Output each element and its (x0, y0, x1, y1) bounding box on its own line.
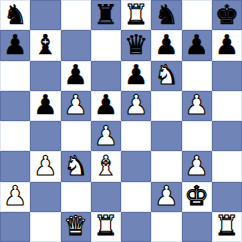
square-a7[interactable]: ♟ (0, 30, 30, 60)
piece-white-pawn[interactable]: ♟ (94, 122, 118, 149)
square-b8[interactable] (30, 0, 60, 30)
square-g2[interactable]: ♚ (182, 182, 212, 212)
square-a8[interactable]: ♞ (0, 0, 30, 30)
square-b7[interactable]: ♝ (30, 30, 60, 60)
square-g5[interactable]: ♟ (182, 91, 212, 121)
square-e2[interactable] (121, 182, 151, 212)
piece-black-knight[interactable]: ♞ (3, 1, 27, 28)
square-a4[interactable] (0, 121, 30, 151)
piece-white-pawn[interactable]: ♟ (154, 182, 178, 209)
square-b4[interactable] (30, 121, 60, 151)
piece-black-king[interactable]: ♚ (215, 1, 239, 28)
square-d6[interactable] (91, 61, 121, 91)
square-h7[interactable]: ♟ (212, 30, 242, 60)
square-g6[interactable] (182, 61, 212, 91)
square-h8[interactable]: ♚ (212, 0, 242, 30)
square-c6[interactable]: ♟ (61, 61, 91, 91)
square-h3[interactable] (212, 151, 242, 181)
piece-white-pawn[interactable]: ♟ (124, 91, 148, 118)
square-f6[interactable]: ♞ (151, 61, 181, 91)
square-e1[interactable] (121, 212, 151, 242)
square-d4[interactable]: ♟ (91, 121, 121, 151)
square-e6[interactable]: ♟ (121, 61, 151, 91)
piece-black-knight[interactable]: ♞ (154, 1, 178, 28)
square-h4[interactable] (212, 121, 242, 151)
piece-white-knight[interactable]: ♞ (64, 152, 88, 179)
piece-white-pawn[interactable]: ♟ (64, 91, 88, 118)
square-e8[interactable]: ♜ (121, 0, 151, 30)
square-e5[interactable]: ♟ (121, 91, 151, 121)
square-h1[interactable]: ♜ (212, 212, 242, 242)
square-a5[interactable] (0, 91, 30, 121)
square-b6[interactable] (30, 61, 60, 91)
square-d5[interactable]: ♟ (91, 91, 121, 121)
piece-black-pawn[interactable]: ♟ (3, 31, 27, 58)
piece-black-pawn[interactable]: ♟ (124, 61, 148, 88)
square-c1[interactable]: ♛ (61, 212, 91, 242)
square-b2[interactable] (30, 182, 60, 212)
square-a6[interactable] (0, 61, 30, 91)
piece-black-rook[interactable]: ♜ (94, 1, 118, 28)
square-c4[interactable] (61, 121, 91, 151)
piece-white-pawn[interactable]: ♟ (3, 182, 27, 209)
square-h5[interactable] (212, 91, 242, 121)
square-g3[interactable]: ♟ (182, 151, 212, 181)
piece-white-rook[interactable]: ♜ (215, 212, 239, 239)
square-c7[interactable] (61, 30, 91, 60)
square-g8[interactable] (182, 0, 212, 30)
square-e4[interactable] (121, 121, 151, 151)
piece-white-pawn[interactable]: ♟ (33, 152, 57, 179)
chess-board: ♞♜♜♞♚♟♝♛♟♟♟♟♟♞♟♟♟♟♟♟♟♞♝♟♟♟♚♛♜♜ (0, 0, 242, 242)
piece-white-king[interactable]: ♚ (185, 182, 209, 209)
square-a1[interactable] (0, 212, 30, 242)
square-d3[interactable]: ♝ (91, 151, 121, 181)
square-d2[interactable] (91, 182, 121, 212)
square-d1[interactable]: ♜ (91, 212, 121, 242)
square-g1[interactable] (182, 212, 212, 242)
square-c3[interactable]: ♞ (61, 151, 91, 181)
piece-white-pawn[interactable]: ♟ (185, 91, 209, 118)
square-e7[interactable]: ♛ (121, 30, 151, 60)
square-f3[interactable] (151, 151, 181, 181)
piece-black-pawn[interactable]: ♟ (33, 91, 57, 118)
piece-black-pawn[interactable]: ♟ (64, 61, 88, 88)
square-h6[interactable] (212, 61, 242, 91)
piece-black-pawn[interactable]: ♟ (185, 31, 209, 58)
square-g4[interactable] (182, 121, 212, 151)
square-a3[interactable] (0, 151, 30, 181)
square-c2[interactable] (61, 182, 91, 212)
piece-white-pawn[interactable]: ♟ (185, 152, 209, 179)
square-g7[interactable]: ♟ (182, 30, 212, 60)
piece-black-bishop[interactable]: ♝ (33, 31, 57, 58)
piece-black-pawn[interactable]: ♟ (154, 31, 178, 58)
square-b3[interactable]: ♟ (30, 151, 60, 181)
square-f8[interactable]: ♞ (151, 0, 181, 30)
piece-white-rook[interactable]: ♜ (94, 212, 118, 239)
square-f5[interactable] (151, 91, 181, 121)
piece-white-bishop[interactable]: ♝ (94, 152, 118, 179)
square-f4[interactable] (151, 121, 181, 151)
square-e3[interactable] (121, 151, 151, 181)
piece-black-pawn[interactable]: ♟ (215, 31, 239, 58)
piece-white-queen[interactable]: ♛ (64, 212, 88, 239)
square-f2[interactable]: ♟ (151, 182, 181, 212)
square-c5[interactable]: ♟ (61, 91, 91, 121)
square-a2[interactable]: ♟ (0, 182, 30, 212)
square-c8[interactable] (61, 0, 91, 30)
square-f1[interactable] (151, 212, 181, 242)
piece-white-knight[interactable]: ♞ (154, 61, 178, 88)
square-d7[interactable] (91, 30, 121, 60)
square-d8[interactable]: ♜ (91, 0, 121, 30)
piece-white-rook[interactable]: ♜ (124, 1, 148, 28)
piece-black-queen[interactable]: ♛ (124, 31, 148, 58)
square-h2[interactable] (212, 182, 242, 212)
square-f7[interactable]: ♟ (151, 30, 181, 60)
piece-black-pawn[interactable]: ♟ (94, 91, 118, 118)
square-b1[interactable] (30, 212, 60, 242)
square-b5[interactable]: ♟ (30, 91, 60, 121)
